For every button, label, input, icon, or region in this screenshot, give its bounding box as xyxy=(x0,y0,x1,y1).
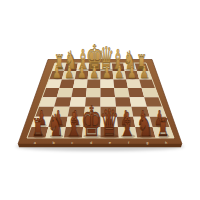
piece-black-n-b8: ♞ xyxy=(137,107,153,142)
piece-black-b-f8: ♝ xyxy=(65,105,82,143)
piece-white-p-d2: ♟ xyxy=(102,62,111,82)
piece-white-p-c2: ♟ xyxy=(115,62,124,82)
piece-black-r-h8: ♜ xyxy=(32,112,45,141)
chess-board: abcdefgh♜♞♝♚♛♝♞♜♟♟♟♟♟♟♟♟♟♟♟♟♟♟♟♟♜♞♝♚♛♝♞♜ xyxy=(0,0,200,200)
square-c4 xyxy=(114,88,129,97)
piece-black-n-g8: ♞ xyxy=(48,107,64,142)
piece-white-p-h2: ♟ xyxy=(52,62,61,82)
piece-black-q-d8: ♛ xyxy=(100,100,120,144)
piece-white-p-g2: ♟ xyxy=(65,62,74,82)
square-f4 xyxy=(71,88,86,97)
piece-white-p-a2: ♟ xyxy=(140,62,149,82)
piece-white-p-e2: ♟ xyxy=(90,62,99,82)
square-e4 xyxy=(86,88,101,97)
piece-white-p-f2: ♟ xyxy=(77,62,86,82)
square-d4 xyxy=(101,88,116,97)
square-b4 xyxy=(128,88,144,97)
piece-white-p-b2: ♟ xyxy=(127,62,136,82)
piece-black-r-a8: ♜ xyxy=(157,112,170,141)
square-g4 xyxy=(57,88,73,97)
chess-set-product-photo: abcdefgh♜♞♝♚♛♝♞♜♟♟♟♟♟♟♟♟♟♟♟♟♟♟♟♟♜♞♝♚♛♝♞♜ xyxy=(0,0,200,200)
piece-black-b-c8: ♝ xyxy=(119,105,136,143)
